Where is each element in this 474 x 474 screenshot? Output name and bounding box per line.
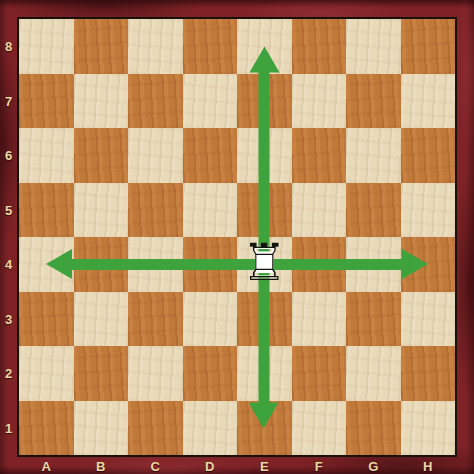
file-label-d: D <box>205 459 214 472</box>
piece-layer: ♜♖ <box>0 0 474 474</box>
file-label-f: F <box>315 459 323 472</box>
chessboard-frame: ♜♖ 87654321ABCDEFGH <box>0 0 474 474</box>
white-rook-outline-glyph: ♖ <box>241 233 287 292</box>
rank-label-8: 8 <box>5 40 12 53</box>
rank-label-5: 5 <box>5 203 12 216</box>
rank-label-2: 2 <box>5 367 12 380</box>
rank-label-1: 1 <box>5 421 12 434</box>
file-label-e: E <box>260 459 269 472</box>
piece-white-rook-e4[interactable]: ♜♖ <box>241 237 287 288</box>
rank-label-3: 3 <box>5 312 12 325</box>
file-label-h: H <box>423 459 432 472</box>
file-label-b: B <box>96 459 105 472</box>
rank-label-6: 6 <box>5 149 12 162</box>
rank-label-4: 4 <box>5 258 12 271</box>
rank-label-7: 7 <box>5 94 12 107</box>
file-label-c: C <box>151 459 160 472</box>
file-label-a: A <box>42 459 51 472</box>
file-label-g: G <box>368 459 378 472</box>
